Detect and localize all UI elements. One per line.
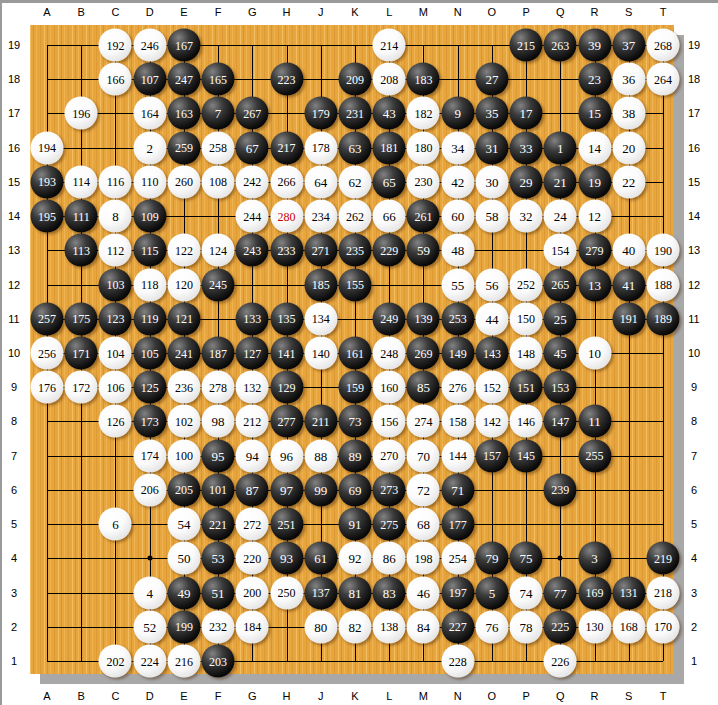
stone-move-number: 118 xyxy=(141,279,159,291)
stone-H9-move-129: 129 xyxy=(270,371,303,404)
stone-move-number: 153 xyxy=(551,381,569,393)
stone-move-number: 198 xyxy=(414,552,432,564)
stone-F1-move-203: 203 xyxy=(202,645,235,678)
stone-O11-move-44: 44 xyxy=(475,302,508,335)
col-label-T: T xyxy=(660,6,667,18)
stone-move-number: 179 xyxy=(312,107,330,119)
row-label-6: 6 xyxy=(1,484,27,496)
stone-move-number: 3 xyxy=(591,552,598,565)
stone-move-number: 252 xyxy=(517,279,535,291)
stone-move-number: 43 xyxy=(383,107,396,120)
stone-move-number: 61 xyxy=(314,552,327,565)
stone-move-number: 99 xyxy=(314,483,327,496)
col-label-F: F xyxy=(215,6,222,18)
stone-J11-move-134: 134 xyxy=(304,302,337,335)
stone-C19-move-192: 192 xyxy=(99,29,132,62)
stone-move-number: 27 xyxy=(485,73,498,86)
stone-move-number: 59 xyxy=(417,244,430,257)
stone-move-number: 54 xyxy=(177,518,190,531)
stone-E1-move-216: 216 xyxy=(167,645,200,678)
stone-move-number: 87 xyxy=(246,483,259,496)
stone-move-number: 98 xyxy=(212,415,225,428)
stone-F16-move-258: 258 xyxy=(202,131,235,164)
stone-E17-move-163: 163 xyxy=(167,97,200,130)
row-label-7: 7 xyxy=(1,450,27,462)
stone-D11-move-119: 119 xyxy=(133,302,166,335)
stone-move-number: 134 xyxy=(312,313,330,325)
stone-move-number: 34 xyxy=(451,141,464,154)
stone-move-number: 6 xyxy=(112,518,119,531)
stone-R17-move-15: 15 xyxy=(578,97,611,130)
stone-M7-move-70: 70 xyxy=(407,439,440,472)
stone-move-number: 9 xyxy=(454,107,461,120)
stone-P15-move-29: 29 xyxy=(510,165,543,198)
row-label-6: 6 xyxy=(681,484,707,496)
stone-G11-move-133: 133 xyxy=(236,302,269,335)
stone-A16-move-194: 194 xyxy=(31,131,64,164)
column-labels-top: ABCDEFGHJKLMNOPQRST xyxy=(47,3,663,23)
stone-move-number: 124 xyxy=(209,244,227,256)
stone-T19-move-268: 268 xyxy=(647,29,680,62)
stone-move-number: 208 xyxy=(380,73,398,85)
stone-P3-move-74: 74 xyxy=(510,576,543,609)
stone-move-number: 245 xyxy=(209,279,227,291)
stone-Q10-move-45: 45 xyxy=(544,337,577,370)
stone-J13-move-271: 271 xyxy=(304,234,337,267)
stone-move-number: 103 xyxy=(106,279,124,291)
stone-move-number: 135 xyxy=(278,313,296,325)
stone-move-number: 149 xyxy=(449,347,467,359)
stone-move-number: 205 xyxy=(175,484,193,496)
stone-move-number: 177 xyxy=(449,518,467,530)
stone-move-number: 20 xyxy=(622,141,635,154)
stone-move-number: 211 xyxy=(312,415,330,427)
stone-O2-move-76: 76 xyxy=(475,610,508,643)
stone-move-number: 168 xyxy=(620,621,638,633)
stone-move-number: 140 xyxy=(312,347,330,359)
column-labels-bottom: ABCDEFGHJKLMNOPQRST xyxy=(47,687,663,705)
stone-T3-move-218: 218 xyxy=(647,576,680,609)
stone-move-number: 251 xyxy=(278,518,296,530)
stone-D12-move-118: 118 xyxy=(133,268,166,301)
stone-S12-move-41: 41 xyxy=(612,268,645,301)
stone-move-number: 52 xyxy=(143,620,156,633)
stone-N5-move-177: 177 xyxy=(441,508,474,541)
stone-move-number: 263 xyxy=(551,39,569,51)
stone-move-number: 217 xyxy=(278,142,296,154)
col-label-T: T xyxy=(660,690,667,702)
stone-move-number: 215 xyxy=(517,39,535,51)
stone-move-number: 111 xyxy=(73,210,90,222)
col-label-Q: Q xyxy=(556,690,565,702)
stone-move-number: 127 xyxy=(243,347,261,359)
stone-H7-move-96: 96 xyxy=(270,439,303,472)
stone-E10-move-241: 241 xyxy=(167,337,200,370)
stone-move-number: 152 xyxy=(483,381,501,393)
stone-move-number: 231 xyxy=(346,107,364,119)
stone-L5-move-275: 275 xyxy=(373,508,406,541)
col-label-B: B xyxy=(78,6,85,18)
stone-T18-move-264: 264 xyxy=(647,63,680,96)
stone-move-number: 4 xyxy=(146,586,153,599)
stone-move-number: 242 xyxy=(243,176,261,188)
stone-move-number: 75 xyxy=(520,552,533,565)
stone-C5-move-6: 6 xyxy=(99,508,132,541)
stone-P12-move-252: 252 xyxy=(510,268,543,301)
stone-E7-move-100: 100 xyxy=(167,439,200,472)
stone-M3-move-46: 46 xyxy=(407,576,440,609)
row-label-5: 5 xyxy=(681,518,707,530)
stone-R15-move-19: 19 xyxy=(578,165,611,198)
col-label-G: G xyxy=(248,6,257,18)
stone-move-number: 163 xyxy=(175,107,193,119)
stone-K15-move-62: 62 xyxy=(339,165,372,198)
stone-Q9-move-153: 153 xyxy=(544,371,577,404)
stone-O3-move-5: 5 xyxy=(475,576,508,609)
stone-G17-move-267: 267 xyxy=(236,97,269,130)
stone-R16-move-14: 14 xyxy=(578,131,611,164)
stone-M14-move-261: 261 xyxy=(407,200,440,233)
stone-G5-move-272: 272 xyxy=(236,508,269,541)
col-label-O: O xyxy=(488,6,497,18)
stone-move-number: 196 xyxy=(72,107,90,119)
stone-move-number: 2 xyxy=(146,141,153,154)
row-label-1: 1 xyxy=(681,655,707,667)
stone-move-number: 266 xyxy=(278,176,296,188)
stone-move-number: 219 xyxy=(654,552,672,564)
col-label-J: J xyxy=(318,690,324,702)
stone-G7-move-94: 94 xyxy=(236,439,269,472)
stone-J12-move-185: 185 xyxy=(304,268,337,301)
stone-move-number: 84 xyxy=(417,620,430,633)
stone-move-number: 154 xyxy=(551,244,569,256)
stone-B10-move-171: 171 xyxy=(65,337,98,370)
goban[interactable]: 1922461672142152633937268166107247165223… xyxy=(30,25,674,674)
star-point-D4 xyxy=(147,556,152,561)
stone-move-number: 171 xyxy=(72,347,90,359)
stone-L6-move-273: 273 xyxy=(373,473,406,506)
stone-E9-move-236: 236 xyxy=(167,371,200,404)
stone-move-number: 185 xyxy=(312,279,330,291)
stone-move-number: 100 xyxy=(175,450,193,462)
stone-Q2-move-225: 225 xyxy=(544,610,577,643)
stone-K18-move-209: 209 xyxy=(339,63,372,96)
row-label-9: 9 xyxy=(1,381,27,393)
stone-move-number: 130 xyxy=(586,621,604,633)
row-label-10: 10 xyxy=(681,347,707,359)
stone-C14-move-8: 8 xyxy=(99,200,132,233)
col-label-M: M xyxy=(419,6,428,18)
stone-L15-move-65: 65 xyxy=(373,165,406,198)
row-labels-left: 19181716151413121110987654321 xyxy=(1,45,27,661)
stone-move-number: 278 xyxy=(209,381,227,393)
stone-move-number: 244 xyxy=(243,210,261,222)
stone-move-number: 42 xyxy=(451,175,464,188)
stone-D13-move-115: 115 xyxy=(133,234,166,267)
stone-H6-move-97: 97 xyxy=(270,473,303,506)
stone-H16-move-217: 217 xyxy=(270,131,303,164)
stone-Q8-move-147: 147 xyxy=(544,405,577,438)
stone-move-number: 249 xyxy=(380,313,398,325)
stone-K17-move-231: 231 xyxy=(339,97,372,130)
stone-H3-move-250: 250 xyxy=(270,576,303,609)
col-label-L: L xyxy=(386,690,392,702)
row-label-3: 3 xyxy=(1,587,27,599)
stone-F7-move-95: 95 xyxy=(202,439,235,472)
stone-move-number: 280 xyxy=(278,210,296,222)
stone-move-number: 46 xyxy=(417,586,430,599)
stone-move-number: 226 xyxy=(551,655,569,667)
stone-move-number: 225 xyxy=(551,621,569,633)
col-label-H: H xyxy=(283,690,291,702)
stone-C1-move-202: 202 xyxy=(99,645,132,678)
stone-G9-move-132: 132 xyxy=(236,371,269,404)
row-label-5: 5 xyxy=(1,518,27,530)
col-label-P: P xyxy=(522,690,529,702)
stone-S11-move-191: 191 xyxy=(612,302,645,335)
stone-move-number: 1 xyxy=(557,141,564,154)
stone-L16-move-181: 181 xyxy=(373,131,406,164)
stone-L9-move-160: 160 xyxy=(373,371,406,404)
stone-move-number: 234 xyxy=(312,210,330,222)
row-label-13: 13 xyxy=(1,244,27,256)
stone-move-number: 157 xyxy=(483,450,501,462)
stone-move-number: 49 xyxy=(177,586,190,599)
row-label-16: 16 xyxy=(1,142,27,154)
row-label-4: 4 xyxy=(1,552,27,564)
stone-move-number: 158 xyxy=(449,415,467,427)
stone-move-number: 189 xyxy=(654,313,672,325)
stone-D9-move-125: 125 xyxy=(133,371,166,404)
stone-K3-move-81: 81 xyxy=(339,576,372,609)
stone-move-number: 151 xyxy=(517,381,535,393)
stone-E3-move-49: 49 xyxy=(167,576,200,609)
stone-B17-move-196: 196 xyxy=(65,97,98,130)
stone-move-number: 44 xyxy=(485,312,498,325)
stone-K4-move-92: 92 xyxy=(339,542,372,575)
stone-K2-move-82: 82 xyxy=(339,610,372,643)
stone-S19-move-37: 37 xyxy=(612,29,645,62)
stone-move-number: 80 xyxy=(314,620,327,633)
stone-move-number: 178 xyxy=(312,142,330,154)
stone-move-number: 253 xyxy=(449,313,467,325)
stone-move-number: 197 xyxy=(449,587,467,599)
stone-C12-move-103: 103 xyxy=(99,268,132,301)
stone-move-number: 17 xyxy=(520,107,533,120)
stone-move-number: 7 xyxy=(215,107,222,120)
stone-Q11-move-25: 25 xyxy=(544,302,577,335)
stone-A15-move-193: 193 xyxy=(31,165,64,198)
stone-move-number: 120 xyxy=(175,279,193,291)
stone-move-number: 141 xyxy=(278,347,296,359)
stone-L3-move-83: 83 xyxy=(373,576,406,609)
stone-N13-move-48: 48 xyxy=(441,234,474,267)
stone-move-number: 82 xyxy=(349,620,362,633)
stone-L7-move-270: 270 xyxy=(373,439,406,472)
stone-move-number: 92 xyxy=(349,552,362,565)
stone-H10-move-141: 141 xyxy=(270,337,303,370)
stone-move-number: 214 xyxy=(380,39,398,51)
col-label-B: B xyxy=(78,690,85,702)
stone-L4-move-86: 86 xyxy=(373,542,406,575)
col-label-D: D xyxy=(146,6,154,18)
stone-P17-move-17: 17 xyxy=(510,97,543,130)
stone-M18-move-183: 183 xyxy=(407,63,440,96)
stone-move-number: 275 xyxy=(380,518,398,530)
stone-N3-move-197: 197 xyxy=(441,576,474,609)
stone-move-number: 271 xyxy=(312,244,330,256)
stone-move-number: 79 xyxy=(485,552,498,565)
stone-move-number: 62 xyxy=(349,175,362,188)
stone-move-number: 85 xyxy=(417,381,430,394)
stone-move-number: 191 xyxy=(620,313,638,325)
stone-F18-move-165: 165 xyxy=(202,63,235,96)
stone-R13-move-279: 279 xyxy=(578,234,611,267)
stone-E8-move-102: 102 xyxy=(167,405,200,438)
stone-move-number: 101 xyxy=(209,484,227,496)
stone-move-number: 142 xyxy=(483,415,501,427)
go-game-record-viewer: ABCDEFGHJKLMNOPQRST ABCDEFGHJKLMNOPQRST … xyxy=(0,0,718,705)
stone-move-number: 239 xyxy=(551,484,569,496)
stone-move-number: 218 xyxy=(654,587,672,599)
stone-P11-move-150: 150 xyxy=(510,302,543,335)
stone-P2-move-78: 78 xyxy=(510,610,543,643)
stone-move-number: 274 xyxy=(414,415,432,427)
stone-move-number: 114 xyxy=(72,176,90,188)
stone-H5-move-251: 251 xyxy=(270,508,303,541)
stone-D14-move-109: 109 xyxy=(133,200,166,233)
stone-move-number: 167 xyxy=(175,39,193,51)
stone-move-number: 259 xyxy=(175,142,193,154)
stone-move-number: 76 xyxy=(485,620,498,633)
stone-N8-move-158: 158 xyxy=(441,405,474,438)
row-label-11: 11 xyxy=(681,313,707,325)
stone-move-number: 105 xyxy=(141,347,159,359)
stone-move-number: 164 xyxy=(141,107,159,119)
stone-move-number: 35 xyxy=(485,107,498,120)
stone-L11-move-249: 249 xyxy=(373,302,406,335)
stone-move-number: 51 xyxy=(212,586,225,599)
stone-O7-move-157: 157 xyxy=(475,439,508,472)
stone-move-number: 10 xyxy=(588,347,601,360)
stone-M2-move-84: 84 xyxy=(407,610,440,643)
stone-K6-move-69: 69 xyxy=(339,473,372,506)
stone-move-number: 133 xyxy=(243,313,261,325)
stone-move-number: 19 xyxy=(588,175,601,188)
stone-move-number: 65 xyxy=(383,175,396,188)
col-label-R: R xyxy=(591,690,599,702)
stone-move-number: 180 xyxy=(414,142,432,154)
stone-M13-move-59: 59 xyxy=(407,234,440,267)
stone-move-number: 279 xyxy=(586,244,604,256)
stone-O17-move-35: 35 xyxy=(475,97,508,130)
stone-G3-move-200: 200 xyxy=(236,576,269,609)
stone-L10-move-248: 248 xyxy=(373,337,406,370)
stone-D2-move-52: 52 xyxy=(133,610,166,643)
row-label-16: 16 xyxy=(681,142,707,154)
row-label-14: 14 xyxy=(1,210,27,222)
stone-K8-move-73: 73 xyxy=(339,405,372,438)
stone-move-number: 137 xyxy=(312,587,330,599)
stone-O9-move-152: 152 xyxy=(475,371,508,404)
stone-P19-move-215: 215 xyxy=(510,29,543,62)
stone-move-number: 216 xyxy=(175,655,193,667)
stone-move-number: 15 xyxy=(588,107,601,120)
stone-move-number: 174 xyxy=(141,450,159,462)
stone-move-number: 13 xyxy=(588,278,601,291)
stone-move-number: 224 xyxy=(141,655,159,667)
col-label-H: H xyxy=(283,6,291,18)
stone-move-number: 91 xyxy=(349,518,362,531)
stone-S15-move-22: 22 xyxy=(612,165,645,198)
stone-move-number: 273 xyxy=(380,484,398,496)
stone-move-number: 193 xyxy=(38,176,56,188)
stone-move-number: 256 xyxy=(38,347,56,359)
row-label-12: 12 xyxy=(681,279,707,291)
stone-move-number: 156 xyxy=(380,415,398,427)
stone-M9-move-85: 85 xyxy=(407,371,440,404)
stone-F15-move-108: 108 xyxy=(202,165,235,198)
col-label-P: P xyxy=(522,6,529,18)
stone-move-number: 212 xyxy=(243,415,261,427)
stone-Q16-move-1: 1 xyxy=(544,131,577,164)
stone-Q3-move-77: 77 xyxy=(544,576,577,609)
stone-move-number: 269 xyxy=(414,347,432,359)
stone-move-number: 71 xyxy=(451,483,464,496)
stone-move-number: 48 xyxy=(451,244,464,257)
stone-H11-move-135: 135 xyxy=(270,302,303,335)
board-play-area[interactable]: 1922461672142152633937268166107247165223… xyxy=(47,45,663,661)
stone-move-number: 202 xyxy=(106,655,124,667)
stone-G4-move-220: 220 xyxy=(236,542,269,575)
stone-S3-move-131: 131 xyxy=(612,576,645,609)
stone-move-number: 223 xyxy=(278,73,296,85)
stone-move-number: 184 xyxy=(243,621,261,633)
stone-T13-move-190: 190 xyxy=(647,234,680,267)
stone-L14-move-66: 66 xyxy=(373,200,406,233)
stone-K14-move-262: 262 xyxy=(339,200,372,233)
stone-Q13-move-154: 154 xyxy=(544,234,577,267)
stone-move-number: 58 xyxy=(485,210,498,223)
stone-move-number: 113 xyxy=(72,244,90,256)
stone-move-number: 32 xyxy=(520,210,533,223)
stone-E16-move-259: 259 xyxy=(167,131,200,164)
stone-move-number: 96 xyxy=(280,449,293,462)
stone-L8-move-156: 156 xyxy=(373,405,406,438)
stone-move-number: 169 xyxy=(586,587,604,599)
stone-O8-move-142: 142 xyxy=(475,405,508,438)
stone-O16-move-31: 31 xyxy=(475,131,508,164)
stone-move-number: 108 xyxy=(209,176,227,188)
stone-J6-move-99: 99 xyxy=(304,473,337,506)
stone-F2-move-232: 232 xyxy=(202,610,235,643)
row-label-17: 17 xyxy=(1,107,27,119)
stone-E18-move-247: 247 xyxy=(167,63,200,96)
stone-F5-move-221: 221 xyxy=(202,508,235,541)
stone-N12-move-55: 55 xyxy=(441,268,474,301)
col-label-F: F xyxy=(215,690,222,702)
stone-move-number: 115 xyxy=(141,244,159,256)
row-label-17: 17 xyxy=(681,107,707,119)
stone-move-number: 257 xyxy=(38,313,56,325)
stone-move-number: 147 xyxy=(551,415,569,427)
row-label-11: 11 xyxy=(1,313,27,325)
stone-move-number: 30 xyxy=(485,175,498,188)
col-label-E: E xyxy=(180,690,187,702)
stone-move-number: 199 xyxy=(175,621,193,633)
row-label-14: 14 xyxy=(681,210,707,222)
stone-move-number: 161 xyxy=(346,347,364,359)
